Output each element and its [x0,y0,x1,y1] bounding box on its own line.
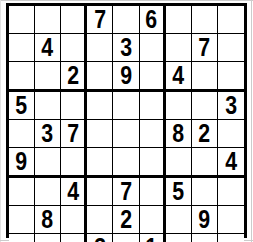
cell-r9c3[interactable] [61,234,87,242]
cell-r3c1[interactable] [9,62,35,92]
cell-r6c3[interactable] [61,148,87,178]
cell-r5c6[interactable] [140,120,166,148]
cell-r9c4[interactable]: 3 [87,234,113,242]
cell-r1c9[interactable] [218,6,244,34]
given-digit: 5 [172,178,184,205]
cell-r4c1[interactable]: 5 [9,92,35,120]
cell-r8c1[interactable] [9,206,35,234]
cell-r1c2[interactable] [35,6,61,34]
cell-r8c6[interactable] [140,206,166,234]
cell-r2c3[interactable] [61,34,87,62]
cell-r7c7[interactable]: 5 [166,178,192,206]
cell-r9c7[interactable] [166,234,192,242]
cell-r3c5[interactable]: 9 [113,62,139,92]
cell-r2c8[interactable]: 7 [192,34,218,62]
cell-r7c8[interactable] [192,178,218,206]
cell-r4c5[interactable] [113,92,139,120]
cell-r9c2[interactable] [35,234,61,242]
cell-r3c9[interactable] [218,62,244,92]
cell-r7c4[interactable] [87,178,113,206]
cell-r2c4[interactable] [87,34,113,62]
cell-r7c6[interactable] [140,178,166,206]
cell-r8c4[interactable] [87,206,113,234]
cell-r1c7[interactable] [166,6,192,34]
given-digit: 9 [120,62,132,89]
cell-r6c7[interactable] [166,148,192,178]
cell-r1c4[interactable]: 7 [87,6,113,34]
cell-r2c7[interactable] [166,34,192,62]
cell-r4c4[interactable] [87,92,113,120]
cell-r4c3[interactable] [61,92,87,120]
cell-r7c3[interactable]: 4 [61,178,87,206]
cell-r9c8[interactable] [192,234,218,242]
cell-r9c5[interactable] [113,234,139,242]
given-digit: 4 [172,62,184,89]
sudoku-board: 764372945337829447582931 [6,3,247,238]
given-digit: 4 [67,178,79,205]
cell-r6c5[interactable] [113,148,139,178]
cell-r4c6[interactable] [140,92,166,120]
cell-r3c2[interactable] [35,62,61,92]
given-digit: 4 [42,34,54,61]
cell-r8c3[interactable] [61,206,87,234]
cell-r8c9[interactable] [218,206,244,234]
given-digit: 3 [42,120,54,147]
sheet-gridline-top [0,0,253,1]
cell-r1c5[interactable] [113,6,139,34]
cell-r2c6[interactable] [140,34,166,62]
cell-r7c2[interactable] [35,178,61,206]
cell-r2c2[interactable]: 4 [35,34,61,62]
given-digit: 3 [225,92,237,119]
cell-r4c7[interactable] [166,92,192,120]
given-digit: 2 [198,120,210,147]
cell-r6c1[interactable]: 9 [9,148,35,178]
cell-r1c1[interactable] [9,6,35,34]
cell-r7c1[interactable] [9,178,35,206]
given-digit: 7 [67,120,79,147]
cell-r7c9[interactable] [218,178,244,206]
cell-r5c5[interactable] [113,120,139,148]
cell-r5c1[interactable] [9,120,35,148]
cell-r3c4[interactable] [87,62,113,92]
cell-r3c6[interactable] [140,62,166,92]
given-digit: 6 [145,6,157,33]
sheet-gridline-right [251,0,252,242]
cell-r6c6[interactable] [140,148,166,178]
given-digit: 9 [198,206,210,233]
given-digit: 7 [94,6,106,33]
cell-r8c8[interactable]: 9 [192,206,218,234]
spreadsheet-background: 764372945337829447582931 [0,0,253,242]
given-digit: 7 [120,178,132,205]
given-digit: 3 [94,234,106,242]
cell-r2c5[interactable]: 3 [113,34,139,62]
cell-r2c1[interactable] [9,34,35,62]
cell-r8c5[interactable]: 2 [113,206,139,234]
given-digit: 2 [67,62,79,89]
given-digit: 2 [120,206,132,233]
cell-r4c2[interactable] [35,92,61,120]
cell-r5c4[interactable] [87,120,113,148]
cell-r5c2[interactable]: 3 [35,120,61,148]
cell-r5c8[interactable]: 2 [192,120,218,148]
cell-r6c2[interactable] [35,148,61,178]
cell-r9c9[interactable] [218,234,244,242]
cell-r4c8[interactable] [192,92,218,120]
cell-r7c5[interactable]: 7 [113,178,139,206]
given-digit: 1 [145,234,157,242]
cell-r8c7[interactable] [166,206,192,234]
given-digit: 8 [42,206,54,233]
cell-r3c8[interactable] [192,62,218,92]
cell-r1c3[interactable] [61,6,87,34]
cell-r6c9[interactable]: 4 [218,148,244,178]
cell-r8c2[interactable]: 8 [35,206,61,234]
cell-r5c9[interactable] [218,120,244,148]
given-digit: 3 [120,34,132,61]
cell-r9c1[interactable] [9,234,35,242]
cell-r3c7[interactable]: 4 [166,62,192,92]
cell-r2c9[interactable] [218,34,244,62]
given-digit: 9 [16,148,28,175]
cell-r3c3[interactable]: 2 [61,62,87,92]
cell-r1c6[interactable]: 6 [140,6,166,34]
cell-r6c4[interactable] [87,148,113,178]
cell-r6c8[interactable] [192,148,218,178]
given-digit: 8 [172,120,184,147]
cell-r1c8[interactable] [192,6,218,34]
given-digit: 5 [16,92,28,119]
sheet-gridline-left [0,0,1,242]
cell-r5c3[interactable]: 7 [61,120,87,148]
given-digit: 7 [198,34,210,61]
given-digit: 4 [225,148,237,175]
cell-r4c9[interactable]: 3 [218,92,244,120]
cell-r5c7[interactable]: 8 [166,120,192,148]
cell-r9c6[interactable]: 1 [140,234,166,242]
